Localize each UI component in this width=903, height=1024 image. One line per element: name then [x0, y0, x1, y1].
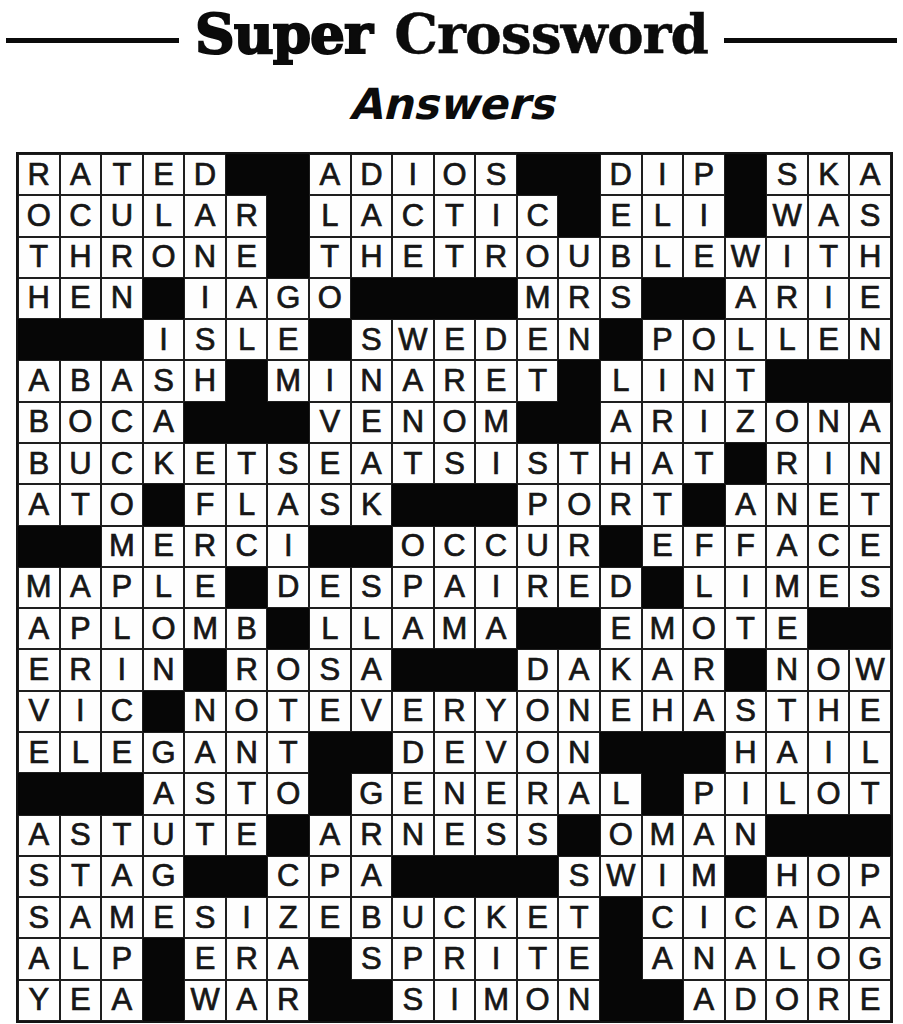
grid-cell: E: [184, 938, 226, 979]
grid-cell: K: [143, 443, 185, 484]
black-cell: [392, 856, 434, 897]
grid-cell: N: [184, 237, 226, 278]
grid-cell: I: [143, 319, 185, 360]
grid-cell: R: [184, 526, 226, 567]
grid-cell: C: [434, 526, 476, 567]
grid-cell: I: [808, 443, 850, 484]
grid-cell: P: [683, 154, 725, 195]
grid-cell: B: [226, 608, 268, 649]
grid-cell: I: [475, 567, 517, 608]
grid-cell: E: [849, 526, 891, 567]
grid-cell: W: [392, 319, 434, 360]
grid-cell: N: [184, 691, 226, 732]
grid-cell: S: [434, 443, 476, 484]
grid-cell: I: [683, 402, 725, 443]
grid-cell: A: [309, 815, 351, 856]
grid-cell: D: [351, 154, 393, 195]
grid-cell: E: [558, 567, 600, 608]
grid-cell: E: [808, 484, 850, 525]
grid-cell: C: [101, 443, 143, 484]
grid-cell: P: [60, 608, 102, 649]
grid-cell: I: [683, 195, 725, 236]
grid-cell: N: [392, 815, 434, 856]
grid-cell: T: [60, 484, 102, 525]
grid-cell: P: [309, 856, 351, 897]
grid-cell: M: [475, 402, 517, 443]
grid-cell: R: [18, 154, 60, 195]
black-cell: [143, 938, 185, 979]
title-super: Super: [195, 1, 372, 66]
grid-cell: P: [642, 319, 684, 360]
grid-cell: A: [558, 649, 600, 690]
title-row: Super Crossword: [0, 6, 903, 69]
grid-cell: E: [184, 443, 226, 484]
grid-cell: N: [351, 360, 393, 401]
grid-cell: M: [184, 608, 226, 649]
grid-cell: E: [60, 980, 102, 1021]
grid-cell: L: [351, 608, 393, 649]
grid-cell: B: [18, 402, 60, 443]
grid-cell: L: [642, 195, 684, 236]
grid-cell: O: [101, 484, 143, 525]
grid-cell: S: [184, 897, 226, 938]
black-cell: [558, 815, 600, 856]
grid-cell: O: [267, 773, 309, 814]
grid-cell: I: [808, 732, 850, 773]
grid-cell: V: [18, 691, 60, 732]
grid-cell: M: [101, 526, 143, 567]
grid-cell: I: [766, 237, 808, 278]
grid-cell: A: [351, 856, 393, 897]
grid-cell: H: [60, 237, 102, 278]
grid-cell: R: [517, 773, 559, 814]
grid-cell: O: [683, 608, 725, 649]
grid-cell: Y: [18, 980, 60, 1021]
black-cell: [226, 567, 268, 608]
black-cell: [725, 154, 767, 195]
grid-cell: A: [351, 443, 393, 484]
grid-cell: C: [101, 402, 143, 443]
grid-cell: C: [725, 897, 767, 938]
grid-cell: A: [184, 195, 226, 236]
grid-cell: T: [101, 154, 143, 195]
black-cell: [226, 402, 268, 443]
black-cell: [683, 732, 725, 773]
grid-cell: A: [725, 484, 767, 525]
grid-cell: D: [600, 154, 642, 195]
grid-cell: K: [600, 649, 642, 690]
grid-cell: D: [392, 732, 434, 773]
grid-cell: N: [683, 360, 725, 401]
black-cell: [683, 278, 725, 319]
grid-cell: E: [309, 897, 351, 938]
grid-cell: U: [101, 195, 143, 236]
grid-cell: E: [600, 608, 642, 649]
grid-cell: E: [683, 237, 725, 278]
grid-cell: A: [101, 980, 143, 1021]
grid-cell: E: [849, 980, 891, 1021]
grid-cell: E: [600, 691, 642, 732]
grid-cell: M: [683, 856, 725, 897]
grid-cell: L: [766, 938, 808, 979]
black-cell: [309, 980, 351, 1021]
left-rule: [6, 38, 179, 43]
grid-cell: T: [849, 773, 891, 814]
black-cell: [267, 608, 309, 649]
grid-cell: O: [392, 526, 434, 567]
grid-cell: A: [392, 360, 434, 401]
grid-cell: P: [517, 484, 559, 525]
black-cell: [226, 360, 268, 401]
grid-cell: L: [226, 319, 268, 360]
grid-cell: A: [642, 649, 684, 690]
black-cell: [642, 732, 684, 773]
black-cell: [267, 154, 309, 195]
grid-cell: E: [849, 278, 891, 319]
black-cell: [184, 402, 226, 443]
grid-cell: D: [725, 980, 767, 1021]
grid-cell: L: [849, 732, 891, 773]
grid-cell: L: [143, 567, 185, 608]
grid-cell: E: [808, 567, 850, 608]
grid-cell: A: [351, 649, 393, 690]
grid-cell: D: [267, 567, 309, 608]
grid-cell: I: [808, 278, 850, 319]
grid-cell: A: [558, 773, 600, 814]
grid-cell: S: [18, 856, 60, 897]
grid-cell: H: [18, 278, 60, 319]
grid-cell: E: [267, 319, 309, 360]
grid-cell: I: [101, 649, 143, 690]
grid-cell: T: [226, 443, 268, 484]
grid-cell: F: [683, 526, 725, 567]
grid-cell: V: [351, 691, 393, 732]
black-cell: [475, 278, 517, 319]
grid-cell: O: [683, 319, 725, 360]
grid-cell: A: [18, 608, 60, 649]
black-cell: [143, 980, 185, 1021]
grid-cell: M: [475, 980, 517, 1021]
black-cell: [849, 608, 891, 649]
grid-cell: A: [600, 402, 642, 443]
grid-cell: O: [808, 773, 850, 814]
grid-cell: T: [184, 815, 226, 856]
grid-cell: E: [60, 278, 102, 319]
grid-cell: T: [517, 360, 559, 401]
black-cell: [60, 526, 102, 567]
grid-cell: S: [143, 360, 185, 401]
grid-cell: P: [683, 773, 725, 814]
grid-cell: S: [351, 938, 393, 979]
black-cell: [808, 608, 850, 649]
grid-cell: O: [808, 938, 850, 979]
grid-cell: E: [849, 691, 891, 732]
grid-cell: L: [309, 195, 351, 236]
grid-cell: E: [434, 319, 476, 360]
grid-cell: A: [184, 732, 226, 773]
grid-cell: P: [849, 856, 891, 897]
grid-cell: R: [434, 938, 476, 979]
grid-cell: U: [143, 815, 185, 856]
black-cell: [309, 938, 351, 979]
grid-cell: A: [18, 360, 60, 401]
grid-cell: E: [392, 773, 434, 814]
grid-cell: N: [558, 319, 600, 360]
black-cell: [766, 815, 808, 856]
grid-cell: A: [475, 608, 517, 649]
grid-cell: R: [60, 649, 102, 690]
grid-cell: H: [849, 237, 891, 278]
grid-cell: S: [184, 319, 226, 360]
grid-cell: I: [683, 897, 725, 938]
grid-cell: T: [101, 815, 143, 856]
grid-cell: O: [766, 980, 808, 1021]
grid-cell: P: [101, 567, 143, 608]
grid-cell: O: [143, 237, 185, 278]
grid-cell: L: [683, 567, 725, 608]
black-cell: [600, 526, 642, 567]
black-cell: [18, 773, 60, 814]
grid-cell: A: [267, 938, 309, 979]
black-cell: [351, 526, 393, 567]
grid-cell: O: [60, 402, 102, 443]
black-cell: [808, 360, 850, 401]
grid-cell: E: [475, 360, 517, 401]
grid-cell: K: [475, 897, 517, 938]
grid-cell: E: [309, 691, 351, 732]
black-cell: [683, 484, 725, 525]
grid-cell: N: [725, 815, 767, 856]
grid-cell: E: [434, 815, 476, 856]
grid-cell: U: [392, 897, 434, 938]
grid-cell: S: [766, 154, 808, 195]
grid-cell: L: [60, 732, 102, 773]
grid-cell: A: [143, 402, 185, 443]
grid-cell: N: [558, 691, 600, 732]
grid-cell: C: [60, 195, 102, 236]
grid-cell: I: [642, 856, 684, 897]
grid-cell: A: [683, 980, 725, 1021]
grid-cell: T: [18, 237, 60, 278]
grid-cell: E: [351, 402, 393, 443]
grid-cell: A: [18, 484, 60, 525]
grid-cell: N: [849, 319, 891, 360]
grid-cell: L: [101, 608, 143, 649]
black-cell: [309, 319, 351, 360]
black-cell: [309, 732, 351, 773]
grid-cell: O: [517, 691, 559, 732]
grid-cell: K: [808, 154, 850, 195]
black-cell: [558, 195, 600, 236]
grid-cell: C: [101, 691, 143, 732]
grid-cell: R: [808, 980, 850, 1021]
grid-cell: F: [184, 484, 226, 525]
black-cell: [808, 815, 850, 856]
grid-cell: T: [267, 732, 309, 773]
grid-cell: I: [392, 154, 434, 195]
grid-cell: S: [517, 815, 559, 856]
grid-cell: A: [101, 856, 143, 897]
grid-cell: N: [683, 938, 725, 979]
black-cell: [18, 526, 60, 567]
grid-cell: A: [18, 938, 60, 979]
grid-cell: S: [475, 815, 517, 856]
grid-cell: A: [642, 938, 684, 979]
black-cell: [725, 856, 767, 897]
grid-cell: T: [725, 360, 767, 401]
black-cell: [725, 195, 767, 236]
grid-cell: L: [766, 773, 808, 814]
grid-cell: U: [558, 237, 600, 278]
grid-cell: R: [226, 938, 268, 979]
grid-cell: S: [849, 567, 891, 608]
grid-cell: A: [351, 195, 393, 236]
black-cell: [60, 773, 102, 814]
grid-cell: R: [766, 278, 808, 319]
grid-cell: D: [600, 567, 642, 608]
grid-cell: T: [267, 691, 309, 732]
crossword-grid: RATEDADIOSDIPSKAOCULARLACTICELIWASTHRONE…: [16, 152, 893, 1023]
grid-cell: L: [600, 773, 642, 814]
grid-cell: E: [184, 567, 226, 608]
grid-cell: E: [143, 154, 185, 195]
grid-cell: E: [475, 773, 517, 814]
grid-cell: H: [600, 443, 642, 484]
grid-cell: O: [517, 980, 559, 1021]
grid-cell: O: [558, 484, 600, 525]
grid-cell: L: [600, 360, 642, 401]
black-cell: [558, 402, 600, 443]
grid-cell: G: [849, 938, 891, 979]
grid-cell: N: [434, 773, 476, 814]
black-cell: [434, 649, 476, 690]
grid-cell: S: [517, 443, 559, 484]
grid-cell: E: [808, 319, 850, 360]
grid-cell: A: [60, 567, 102, 608]
grid-cell: I: [60, 691, 102, 732]
black-cell: [475, 484, 517, 525]
grid-cell: H: [642, 691, 684, 732]
grid-cell: O: [434, 402, 476, 443]
black-cell: [475, 856, 517, 897]
grid-cell: T: [849, 484, 891, 525]
black-cell: [267, 195, 309, 236]
grid-cell: B: [18, 443, 60, 484]
grid-cell: E: [600, 195, 642, 236]
grid-cell: E: [558, 938, 600, 979]
grid-cell: W: [600, 856, 642, 897]
grid-cell: S: [309, 649, 351, 690]
grid-cell: S: [725, 691, 767, 732]
grid-cell: O: [226, 691, 268, 732]
grid-cell: E: [18, 732, 60, 773]
grid-cell: B: [351, 897, 393, 938]
grid-cell: T: [642, 484, 684, 525]
grid-cell: I: [184, 278, 226, 319]
header: Super Crossword Answers: [0, 6, 903, 126]
grid-cell: Z: [267, 897, 309, 938]
grid-cell: H: [766, 856, 808, 897]
grid-cell: P: [392, 567, 434, 608]
grid-cell: A: [725, 938, 767, 979]
black-cell: [101, 319, 143, 360]
grid-cell: L: [766, 319, 808, 360]
grid-cell: L: [60, 938, 102, 979]
grid-cell: A: [434, 567, 476, 608]
grid-cell: B: [60, 360, 102, 401]
grid-cell: C: [267, 856, 309, 897]
grid-cell: E: [143, 897, 185, 938]
black-cell: [434, 484, 476, 525]
grid-cell: H: [351, 237, 393, 278]
grid-cell: W: [184, 980, 226, 1021]
grid-cell: S: [18, 897, 60, 938]
grid-cell: L: [642, 237, 684, 278]
grid-cell: I: [434, 980, 476, 1021]
grid-cell: L: [226, 484, 268, 525]
grid-cell: M: [18, 567, 60, 608]
grid-cell: A: [642, 443, 684, 484]
black-cell: [351, 980, 393, 1021]
grid-cell: E: [101, 732, 143, 773]
grid-cell: I: [267, 526, 309, 567]
right-rule: [724, 38, 897, 43]
grid-cell: S: [267, 443, 309, 484]
grid-cell: N: [558, 980, 600, 1021]
grid-cell: U: [517, 526, 559, 567]
black-cell: [600, 732, 642, 773]
grid-cell: T: [226, 773, 268, 814]
grid-cell: E: [309, 567, 351, 608]
grid-cell: R: [517, 567, 559, 608]
subtitle-answers: Answers: [0, 83, 903, 126]
grid-cell: N: [143, 649, 185, 690]
grid-cell: E: [226, 237, 268, 278]
grid-cell: C: [475, 526, 517, 567]
grid-cell: M: [766, 567, 808, 608]
grid-cell: H: [808, 691, 850, 732]
grid-cell: T: [558, 443, 600, 484]
grid-cell: E: [18, 649, 60, 690]
grid-cell: V: [309, 402, 351, 443]
grid-cell: R: [475, 237, 517, 278]
grid-cell: O: [600, 815, 642, 856]
grid-cell: A: [226, 278, 268, 319]
grid-cell: M: [267, 360, 309, 401]
black-cell: [517, 154, 559, 195]
grid-cell: Z: [725, 402, 767, 443]
grid-cell: C: [642, 897, 684, 938]
grid-cell: G: [143, 856, 185, 897]
black-cell: [267, 815, 309, 856]
grid-cell: T: [434, 195, 476, 236]
grid-cell: O: [267, 649, 309, 690]
grid-cell: M: [101, 897, 143, 938]
grid-cell: T: [808, 237, 850, 278]
grid-cell: R: [226, 649, 268, 690]
grid-cell: O: [143, 608, 185, 649]
grid-cell: W: [849, 649, 891, 690]
grid-cell: H: [725, 732, 767, 773]
grid-cell: I: [642, 360, 684, 401]
grid-cell: E: [392, 691, 434, 732]
grid-cell: O: [766, 402, 808, 443]
grid-cell: D: [184, 154, 226, 195]
grid-cell: T: [683, 443, 725, 484]
black-cell: [725, 649, 767, 690]
grid-cell: T: [309, 237, 351, 278]
black-cell: [267, 237, 309, 278]
